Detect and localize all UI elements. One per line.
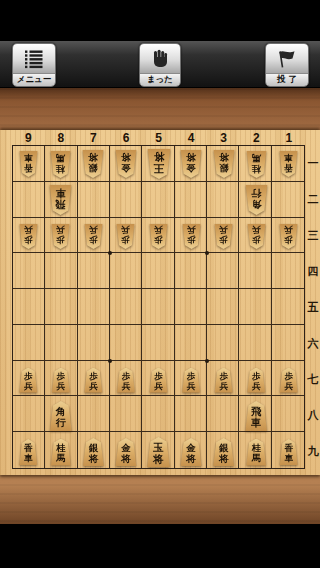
piece-kanji: 車 [24, 453, 33, 463]
piece-kanji: 桂 [56, 163, 65, 174]
piece-kanji: 銀 [89, 163, 99, 174]
piece-pawn-83-gote[interactable]: 歩兵 [51, 224, 70, 249]
piece-face: 歩兵 [182, 224, 201, 249]
piece-face: 飛車 [49, 185, 72, 215]
piece-kanji: 車 [285, 453, 294, 463]
toolbar: メニュー まった [0, 41, 320, 87]
piece-face: 香車 [279, 439, 298, 465]
piece-kanji: 香 [24, 163, 33, 173]
piece-kanji: 歩 [154, 371, 163, 381]
piece-bishop-88-sente[interactable]: 角行 [49, 401, 72, 431]
piece-face: 桂馬 [50, 151, 71, 178]
piece-bishop-22-gote[interactable]: 角行 [245, 185, 268, 215]
flag-icon [266, 44, 308, 73]
file-label-1: 1 [273, 131, 306, 145]
piece-kanji: 兵 [57, 381, 66, 391]
piece-kanji: 兵 [154, 225, 163, 235]
rank-coordinate-labels: 一二三四五六七八九 [306, 145, 320, 469]
star-point [108, 251, 112, 255]
piece-face: 歩兵 [116, 368, 135, 393]
piece-kanji: 歩 [154, 235, 163, 245]
piece-king-51-gote[interactable]: 王将 [147, 149, 171, 179]
piece-silver-71-gote[interactable]: 銀将 [82, 150, 104, 178]
cell-55[interactable] [142, 289, 174, 325]
piece-gold-41-gote[interactable]: 金将 [180, 150, 202, 178]
piece-face: 歩兵 [214, 368, 233, 393]
piece-kanji: 歩 [24, 235, 33, 245]
cell-36[interactable] [207, 325, 239, 361]
menu-button[interactable]: メニュー [12, 43, 56, 87]
piece-knight-81-gote[interactable]: 桂馬 [50, 151, 71, 178]
file-label-2: 2 [240, 131, 273, 145]
piece-silver-79-sente[interactable]: 銀将 [82, 438, 104, 466]
piece-kanji: 金 [186, 163, 196, 174]
piece-kanji: 兵 [252, 225, 261, 235]
piece-face: 銀将 [82, 150, 104, 178]
piece-kanji: 金 [121, 163, 131, 174]
piece-face: 桂馬 [50, 439, 71, 466]
piece-kanji: 将 [153, 151, 164, 163]
cell-15[interactable] [272, 289, 304, 325]
piece-kanji: 金 [186, 442, 196, 453]
piece-face: 歩兵 [247, 368, 266, 393]
status-bar [0, 0, 320, 41]
cell-65[interactable] [110, 289, 142, 325]
piece-pawn-53-gote[interactable]: 歩兵 [149, 224, 168, 249]
piece-face: 玉将 [147, 437, 171, 467]
piece-face: 金将 [180, 150, 202, 178]
piece-face: 歩兵 [19, 368, 38, 393]
piece-kanji: 将 [121, 453, 131, 464]
piece-kanji: 香 [285, 443, 294, 453]
piece-pawn-13-gote[interactable]: 歩兵 [279, 224, 298, 249]
piece-kanji: 馬 [56, 153, 65, 164]
rank-label-2: 二 [306, 181, 320, 217]
piece-kanji: 飛 [56, 199, 66, 211]
cell-92[interactable] [13, 182, 45, 218]
piece-face: 桂馬 [246, 151, 267, 178]
piece-lance-11-gote[interactable]: 香車 [279, 151, 298, 177]
piece-kanji: 歩 [122, 371, 131, 381]
piece-pawn-43-gote[interactable]: 歩兵 [182, 224, 201, 249]
piece-kanji: 将 [89, 453, 99, 464]
piece-kanji: 兵 [57, 225, 66, 235]
piece-kanji: 香 [285, 163, 294, 173]
cell-64[interactable] [110, 253, 142, 289]
piece-face: 桂馬 [246, 439, 267, 466]
cell-78[interactable] [78, 396, 110, 432]
cell-46[interactable] [175, 325, 207, 361]
file-label-7: 7 [77, 131, 110, 145]
rank-label-9: 九 [306, 433, 320, 469]
cell-98[interactable] [13, 396, 45, 432]
piece-kanji: 銀 [89, 442, 99, 453]
piece-pawn-77-sente[interactable]: 歩兵 [84, 368, 103, 393]
piece-silver-39-sente[interactable]: 銀将 [213, 438, 235, 466]
piece-face: 歩兵 [116, 224, 135, 249]
piece-face: 歩兵 [279, 224, 298, 249]
piece-kanji: 兵 [89, 225, 98, 235]
piece-kanji: 将 [186, 152, 196, 163]
piece-pawn-67-sente[interactable]: 歩兵 [116, 368, 135, 393]
piece-kanji: 将 [219, 453, 229, 464]
star-point [108, 359, 112, 363]
piece-face: 歩兵 [84, 224, 103, 249]
piece-face: 金将 [115, 438, 137, 466]
piece-face: 香車 [279, 151, 298, 177]
piece-face: 歩兵 [51, 224, 70, 249]
piece-face: 歩兵 [19, 224, 38, 249]
cell-94[interactable] [13, 253, 45, 289]
cell-84[interactable] [45, 253, 77, 289]
cell-74[interactable] [78, 253, 110, 289]
rank-label-1: 一 [306, 145, 320, 181]
piece-pawn-87-sente[interactable]: 歩兵 [51, 368, 70, 393]
cell-24[interactable] [239, 253, 271, 289]
piece-kanji: 車 [285, 153, 294, 163]
piece-face: 金将 [180, 438, 202, 466]
cell-76[interactable] [78, 325, 110, 361]
piece-pawn-93-gote[interactable]: 歩兵 [19, 224, 38, 249]
rank-label-5: 五 [306, 289, 320, 325]
piece-face: 香車 [19, 439, 38, 465]
resign-button-label: 投 了 [266, 73, 308, 86]
cell-66[interactable] [110, 325, 142, 361]
cell-75[interactable] [78, 289, 110, 325]
piece-face: 歩兵 [279, 368, 298, 393]
piece-kanji: 兵 [219, 225, 228, 235]
cell-58[interactable] [142, 396, 174, 432]
piece-lance-99-sente[interactable]: 香車 [19, 439, 38, 465]
piece-kanji: 将 [219, 152, 229, 163]
piece-pawn-97-sente[interactable]: 歩兵 [19, 368, 38, 393]
piece-lance-19-sente[interactable]: 香車 [279, 439, 298, 465]
cell-62[interactable] [110, 182, 142, 218]
cell-44[interactable] [175, 253, 207, 289]
piece-kanji: 歩 [285, 235, 294, 245]
piece-kanji: 飛 [251, 406, 261, 418]
piece-kanji: 馬 [252, 153, 261, 164]
file-label-3: 3 [207, 131, 240, 145]
cell-72[interactable] [78, 182, 110, 218]
piece-kanji: 銀 [219, 163, 229, 174]
piece-kanji: 馬 [252, 453, 261, 464]
piece-kanji: 兵 [154, 381, 163, 391]
piece-kanji: 兵 [252, 381, 261, 391]
menu-list-icon [13, 44, 55, 73]
cell-16[interactable] [272, 325, 304, 361]
menu-button-label: メニュー [13, 73, 55, 86]
piece-face: 角行 [245, 185, 268, 215]
piece-kanji: 歩 [219, 371, 228, 381]
piece-kanji: 歩 [57, 371, 66, 381]
piece-kanji: 兵 [24, 225, 33, 235]
piece-kanji: 兵 [187, 381, 196, 391]
piece-kanji: 歩 [187, 235, 196, 245]
cell-52[interactable] [142, 182, 174, 218]
piece-pawn-47-sente[interactable]: 歩兵 [182, 368, 201, 393]
cell-95[interactable] [13, 289, 45, 325]
piece-face: 銀将 [213, 438, 235, 466]
piece-lance-91-gote[interactable]: 香車 [19, 151, 38, 177]
piece-knight-89-sente[interactable]: 桂馬 [50, 439, 71, 466]
piece-face: 王将 [147, 149, 171, 179]
piece-face: 香車 [19, 151, 38, 177]
piece-pawn-33-gote[interactable]: 歩兵 [214, 224, 233, 249]
piece-kanji: 歩 [89, 371, 98, 381]
cell-42[interactable] [175, 182, 207, 218]
cell-18[interactable] [272, 396, 304, 432]
piece-pawn-17-sente[interactable]: 歩兵 [279, 368, 298, 393]
piece-kanji: 歩 [252, 235, 261, 245]
file-label-5: 5 [142, 131, 175, 145]
cell-14[interactable] [272, 253, 304, 289]
piece-kanji: 将 [121, 152, 131, 163]
piece-gold-69-sente[interactable]: 金将 [115, 438, 137, 466]
piece-pawn-37-sente[interactable]: 歩兵 [214, 368, 233, 393]
piece-gold-61-gote[interactable]: 金将 [115, 150, 137, 178]
cell-12[interactable] [272, 182, 304, 218]
shogi-app-screen: メニュー まった [0, 0, 320, 568]
piece-kanji: 兵 [89, 381, 98, 391]
piece-kanji: 角 [251, 199, 261, 211]
cell-86[interactable] [45, 325, 77, 361]
piece-kanji: 車 [251, 417, 261, 429]
piece-pawn-23-gote[interactable]: 歩兵 [247, 224, 266, 249]
piece-kanji: 兵 [24, 381, 33, 391]
rank-label-6: 六 [306, 325, 320, 361]
piece-kanji: 金 [121, 442, 131, 453]
piece-kanji: 車 [56, 188, 66, 200]
cell-32[interactable] [207, 182, 239, 218]
piece-kanji: 歩 [122, 235, 131, 245]
cell-35[interactable] [207, 289, 239, 325]
file-label-8: 8 [45, 131, 78, 145]
piece-kanji: 歩 [219, 235, 228, 245]
piece-knight-29-sente[interactable]: 桂馬 [246, 439, 267, 466]
cell-25[interactable] [239, 289, 271, 325]
piece-silver-31-gote[interactable]: 銀将 [213, 150, 235, 178]
piece-kanji: 兵 [219, 381, 228, 391]
matta-undo-button[interactable]: まった [139, 43, 181, 87]
piece-pawn-57-sente[interactable]: 歩兵 [149, 368, 168, 393]
file-label-6: 6 [110, 131, 143, 145]
piece-face: 歩兵 [51, 368, 70, 393]
piece-kanji: 兵 [122, 225, 131, 235]
piece-face: 飛車 [245, 401, 268, 431]
piece-rook-82-gote[interactable]: 飛車 [49, 185, 72, 215]
piece-kanji: 歩 [24, 371, 33, 381]
cell-96[interactable] [13, 325, 45, 361]
hand-icon [140, 44, 180, 73]
rank-label-4: 四 [306, 253, 320, 289]
piece-face: 歩兵 [214, 224, 233, 249]
piece-kanji: 兵 [122, 381, 131, 391]
piece-kanji: 歩 [89, 235, 98, 245]
cell-38[interactable] [207, 396, 239, 432]
piece-kanji: 兵 [285, 381, 294, 391]
piece-kanji: 歩 [57, 235, 66, 245]
piece-face: 歩兵 [149, 224, 168, 249]
rank-label-8: 八 [306, 397, 320, 433]
piece-rook-28-sente[interactable]: 飛車 [245, 401, 268, 431]
piece-kanji: 桂 [252, 443, 261, 454]
piece-pawn-63-gote[interactable]: 歩兵 [116, 224, 135, 249]
piece-pawn-27-sente[interactable]: 歩兵 [247, 368, 266, 393]
piece-face: 金将 [115, 150, 137, 178]
cell-48[interactable] [175, 396, 207, 432]
piece-face: 歩兵 [149, 368, 168, 393]
cell-26[interactable] [239, 325, 271, 361]
piece-kanji: 歩 [252, 371, 261, 381]
piece-kanji: 角 [56, 406, 66, 418]
piece-kanji: 銀 [219, 442, 229, 453]
piece-kanji: 将 [153, 453, 164, 465]
piece-king-59-sente[interactable]: 玉将 [147, 437, 171, 467]
piece-kanji: 歩 [285, 371, 294, 381]
resign-button[interactable]: 投 了 [265, 43, 309, 87]
piece-kanji: 馬 [56, 453, 65, 464]
piece-kanji: 将 [186, 453, 196, 464]
piece-kanji: 香 [24, 443, 33, 453]
piece-kanji: 玉 [153, 441, 164, 453]
piece-face: 歩兵 [247, 224, 266, 249]
rank-label-3: 三 [306, 217, 320, 253]
rank-label-7: 七 [306, 361, 320, 397]
cell-54[interactable] [142, 253, 174, 289]
piece-face: 銀将 [213, 150, 235, 178]
piece-kanji: 歩 [187, 371, 196, 381]
piece-kanji: 車 [24, 153, 33, 163]
cell-34[interactable] [207, 253, 239, 289]
piece-face: 歩兵 [182, 368, 201, 393]
piece-knight-21-gote[interactable]: 桂馬 [246, 151, 267, 178]
piece-kanji: 桂 [252, 163, 261, 174]
matta-button-label: まった [140, 73, 180, 86]
file-label-9: 9 [12, 131, 45, 145]
piece-face: 角行 [49, 401, 72, 431]
cell-68[interactable] [110, 396, 142, 432]
piece-kanji: 行 [56, 417, 66, 429]
piece-kanji: 将 [89, 152, 99, 163]
piece-kanji: 桂 [56, 443, 65, 454]
piece-face: 歩兵 [84, 368, 103, 393]
piece-pawn-73-gote[interactable]: 歩兵 [84, 224, 103, 249]
file-label-4: 4 [175, 131, 208, 145]
cell-85[interactable] [45, 289, 77, 325]
piece-kanji: 兵 [285, 225, 294, 235]
piece-face: 銀将 [82, 438, 104, 466]
cell-45[interactable] [175, 289, 207, 325]
piece-kanji: 王 [153, 163, 164, 175]
cell-56[interactable] [142, 325, 174, 361]
file-coordinate-labels: 987654321 [12, 131, 305, 145]
piece-kanji: 行 [251, 188, 261, 200]
piece-gold-49-sente[interactable]: 金将 [180, 438, 202, 466]
piece-kanji: 兵 [187, 225, 196, 235]
